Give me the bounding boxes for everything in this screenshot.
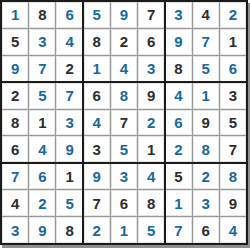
sudoku-cell-r3c4[interactable]: 1 xyxy=(84,56,110,82)
sudoku-cell-r8c1[interactable]: 4 xyxy=(2,190,28,216)
sudoku-cell-r4c9[interactable]: 3 xyxy=(220,83,246,109)
sudoku-cell-r9c7[interactable]: 7 xyxy=(165,217,191,243)
sudoku-cell-r9c8[interactable]: 6 xyxy=(193,217,219,243)
sudoku-cell-r4c1[interactable]: 2 xyxy=(2,83,28,109)
sudoku-cell-r6c3[interactable]: 9 xyxy=(56,136,82,162)
sudoku-cell-r8c4[interactable]: 7 xyxy=(84,190,110,216)
sudoku-cell-r8c8[interactable]: 3 xyxy=(193,190,219,216)
sudoku-cell-r9c3[interactable]: 8 xyxy=(56,217,82,243)
sudoku-cell-r2c7[interactable]: 9 xyxy=(165,29,191,55)
box-divider-horizontal-2 xyxy=(2,162,246,164)
sudoku-cell-r1c2[interactable]: 8 xyxy=(29,2,55,28)
sudoku-cell-r2c8[interactable]: 7 xyxy=(193,29,219,55)
sudoku-cell-r1c5[interactable]: 9 xyxy=(111,2,137,28)
sudoku-cell-r5c6[interactable]: 2 xyxy=(138,110,164,136)
sudoku-cell-r6c6[interactable]: 1 xyxy=(138,136,164,162)
sudoku-cell-r5c2[interactable]: 1 xyxy=(29,110,55,136)
sudoku-cell-r6c5[interactable]: 5 xyxy=(111,136,137,162)
sudoku-cell-r1c8[interactable]: 4 xyxy=(193,2,219,28)
sudoku-cell-r7c5[interactable]: 3 xyxy=(111,163,137,189)
sudoku-cell-r4c2[interactable]: 5 xyxy=(29,83,55,109)
sudoku-cell-r4c4[interactable]: 6 xyxy=(84,83,110,109)
sudoku-cell-r5c5[interactable]: 7 xyxy=(111,110,137,136)
sudoku-cell-r8c3[interactable]: 5 xyxy=(56,190,82,216)
sudoku-cell-r3c8[interactable]: 5 xyxy=(193,56,219,82)
sudoku-cell-r4c7[interactable]: 4 xyxy=(165,83,191,109)
sudoku-cell-r6c1[interactable]: 6 xyxy=(2,136,28,162)
sudoku-cell-r5c8[interactable]: 9 xyxy=(193,110,219,136)
sudoku-cell-r5c1[interactable]: 8 xyxy=(2,110,28,136)
sudoku-cell-r6c7[interactable]: 2 xyxy=(165,136,191,162)
sudoku-cell-r1c6[interactable]: 7 xyxy=(138,2,164,28)
sudoku-cell-r7c8[interactable]: 2 xyxy=(193,163,219,189)
sudoku-cell-r5c3[interactable]: 3 xyxy=(56,110,82,136)
sudoku-cell-r8c6[interactable]: 8 xyxy=(138,190,164,216)
sudoku-cell-r8c2[interactable]: 2 xyxy=(29,190,55,216)
sudoku-cell-r4c6[interactable]: 9 xyxy=(138,83,164,109)
sudoku-cell-r9c6[interactable]: 5 xyxy=(138,217,164,243)
sudoku-cell-r2c4[interactable]: 8 xyxy=(84,29,110,55)
sudoku-cell-r3c9[interactable]: 6 xyxy=(220,56,246,82)
sudoku-cell-r9c4[interactable]: 2 xyxy=(84,217,110,243)
sudoku-cell-r6c4[interactable]: 3 xyxy=(84,136,110,162)
sudoku-cell-r2c5[interactable]: 2 xyxy=(111,29,137,55)
sudoku-cell-r7c7[interactable]: 5 xyxy=(165,163,191,189)
sudoku-cell-r7c1[interactable]: 7 xyxy=(2,163,28,189)
sudoku-cell-r7c2[interactable]: 6 xyxy=(29,163,55,189)
sudoku-cell-r4c5[interactable]: 8 xyxy=(111,83,137,109)
sudoku-cell-r6c8[interactable]: 8 xyxy=(193,136,219,162)
sudoku-cell-r4c3[interactable]: 7 xyxy=(56,83,82,109)
sudoku-cell-r8c7[interactable]: 1 xyxy=(165,190,191,216)
sudoku-cell-r1c9[interactable]: 2 xyxy=(220,2,246,28)
sudoku-cell-r4c8[interactable]: 1 xyxy=(193,83,219,109)
sudoku-cell-r3c5[interactable]: 4 xyxy=(111,56,137,82)
sudoku-cell-r2c6[interactable]: 6 xyxy=(138,29,164,55)
sudoku-cell-r7c3[interactable]: 1 xyxy=(56,163,82,189)
sudoku-cell-r8c5[interactable]: 6 xyxy=(111,190,137,216)
sudoku-cell-r1c3[interactable]: 6 xyxy=(56,2,82,28)
sudoku-cell-r8c9[interactable]: 9 xyxy=(220,190,246,216)
sudoku-cell-r9c5[interactable]: 1 xyxy=(111,217,137,243)
sudoku-cell-r3c3[interactable]: 2 xyxy=(56,56,82,82)
sudoku-cell-r7c9[interactable]: 8 xyxy=(220,163,246,189)
sudoku-cell-r5c4[interactable]: 4 xyxy=(84,110,110,136)
sudoku-cell-r1c4[interactable]: 5 xyxy=(84,2,110,28)
sudoku-cell-r7c4[interactable]: 9 xyxy=(84,163,110,189)
sudoku-cell-r1c7[interactable]: 3 xyxy=(165,2,191,28)
sudoku-cell-r5c7[interactable]: 6 xyxy=(165,110,191,136)
box-divider-horizontal-1 xyxy=(2,81,246,83)
sudoku-cell-r9c2[interactable]: 9 xyxy=(29,217,55,243)
sudoku-cell-r9c9[interactable]: 4 xyxy=(220,217,246,243)
sudoku-cell-r5c9[interactable]: 5 xyxy=(220,110,246,136)
sudoku-cell-r3c7[interactable]: 8 xyxy=(165,56,191,82)
sudoku-cell-r7c6[interactable]: 4 xyxy=(138,163,164,189)
sudoku-cell-r1c1[interactable]: 1 xyxy=(2,2,28,28)
box-divider-vertical-1 xyxy=(82,2,84,243)
sudoku-cell-r6c2[interactable]: 4 xyxy=(29,136,55,162)
sudoku-cell-r2c9[interactable]: 1 xyxy=(220,29,246,55)
sudoku-board: 1865973425348269719721438562576894138134… xyxy=(0,0,248,245)
sudoku-cell-r9c1[interactable]: 3 xyxy=(2,217,28,243)
sudoku-cell-r2c3[interactable]: 4 xyxy=(56,29,82,55)
box-divider-vertical-2 xyxy=(164,2,166,243)
sudoku-cell-r3c1[interactable]: 9 xyxy=(2,56,28,82)
sudoku-cell-r2c1[interactable]: 5 xyxy=(2,29,28,55)
sudoku-cell-r2c2[interactable]: 3 xyxy=(29,29,55,55)
sudoku-cell-r3c2[interactable]: 7 xyxy=(29,56,55,82)
sudoku-cell-r6c9[interactable]: 7 xyxy=(220,136,246,162)
sudoku-cell-r3c6[interactable]: 3 xyxy=(138,56,164,82)
